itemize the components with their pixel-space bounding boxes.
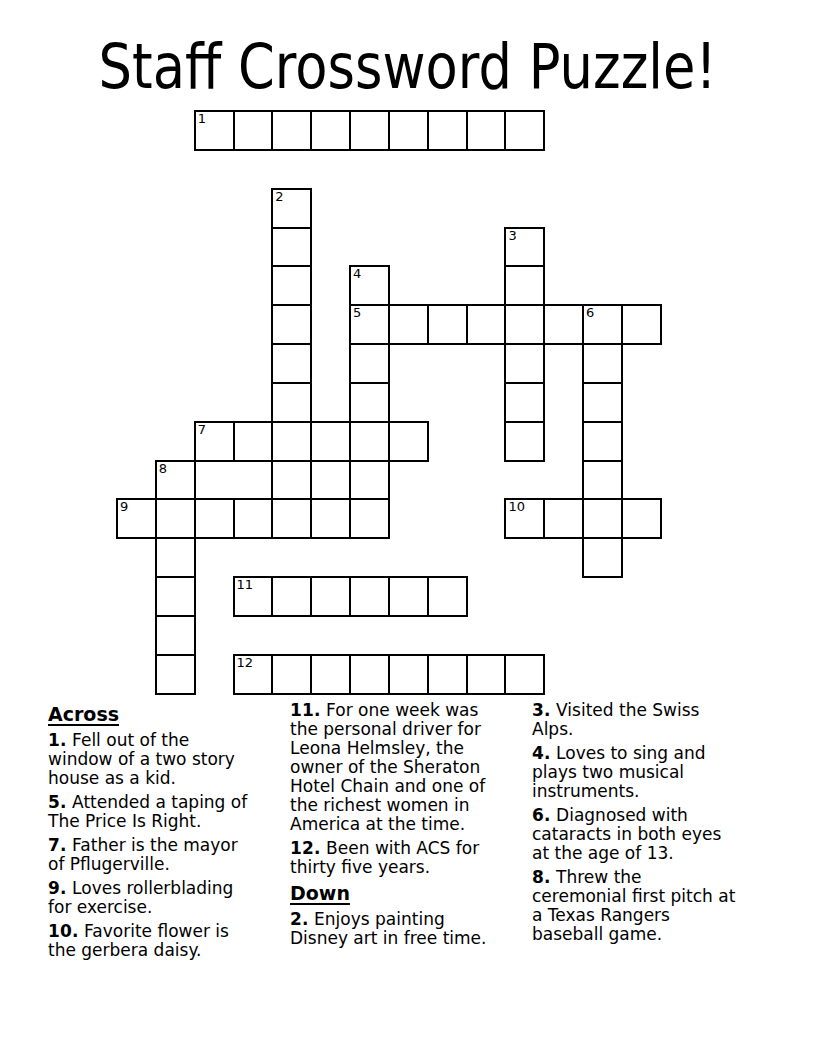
grid-cell[interactable] <box>155 615 196 656</box>
grid-cell[interactable] <box>504 654 545 695</box>
clue-number: 5 <box>353 306 361 320</box>
grid-cell[interactable] <box>349 654 390 695</box>
grid-cell[interactable] <box>271 343 312 384</box>
clue-column-2: 11. For one week was the personal driver… <box>290 701 495 953</box>
grid-cell[interactable] <box>349 421 390 462</box>
grid-cell[interactable] <box>271 421 312 462</box>
grid-cell[interactable] <box>310 110 351 151</box>
grid-cell[interactable] <box>427 110 468 151</box>
clue-number: 1 <box>198 112 206 126</box>
clue-down-8: 8. Threw the ceremonial first pitch at a… <box>532 868 737 944</box>
clue-number: 12 <box>237 656 254 670</box>
grid-cell[interactable] <box>155 576 196 617</box>
grid-cell[interactable] <box>310 421 351 462</box>
grid-cell[interactable] <box>388 304 429 345</box>
grid-cell[interactable] <box>582 537 623 578</box>
grid-cell[interactable] <box>582 343 623 384</box>
clue-across-12: 12. Been with ACS for thirty five years. <box>290 839 495 877</box>
clue-number: 6 <box>586 306 594 320</box>
grid-cell[interactable] <box>271 304 312 345</box>
grid-cell[interactable]: 5 <box>349 304 390 345</box>
grid-cell[interactable] <box>155 537 196 578</box>
grid-cell[interactable] <box>349 460 390 501</box>
grid-cell[interactable] <box>271 227 312 268</box>
clue-number-label: 1. <box>48 730 67 750</box>
grid-cell[interactable] <box>427 304 468 345</box>
puzzle-title: Staff Crossword Puzzle! <box>0 32 816 102</box>
clue-number: 3 <box>508 229 516 243</box>
grid-cell[interactable] <box>504 343 545 384</box>
grid-cell[interactable] <box>504 304 545 345</box>
clue-number-label: 6. <box>532 805 551 825</box>
grid-cell[interactable] <box>582 421 623 462</box>
grid-cell[interactable] <box>543 304 584 345</box>
clue-across-7: 7. Father is the mayor of Pflugerville. <box>48 836 253 874</box>
grid-cell[interactable] <box>233 498 274 539</box>
across-heading: Across <box>48 703 253 725</box>
grid-cell[interactable]: 4 <box>349 265 390 306</box>
grid-cell[interactable] <box>388 576 429 617</box>
clue-down-3: 3. Visited the Swiss Alps. <box>532 701 737 739</box>
clue-number: 8 <box>159 462 167 476</box>
grid-cell[interactable] <box>349 576 390 617</box>
grid-cell[interactable] <box>504 110 545 151</box>
clue-number: 7 <box>198 423 206 437</box>
clue-across-11: 11. For one week was the personal driver… <box>290 701 495 834</box>
grid-cell[interactable]: 11 <box>233 576 274 617</box>
grid-cell[interactable] <box>582 382 623 423</box>
grid-cell[interactable] <box>310 576 351 617</box>
clue-number-label: 3. <box>532 700 551 720</box>
grid-cell[interactable] <box>271 110 312 151</box>
grid-cell[interactable] <box>582 498 623 539</box>
clue-column-1: Across1. Fell out of the window of a two… <box>48 701 253 965</box>
grid-cell[interactable]: 6 <box>582 304 623 345</box>
grid-cell[interactable] <box>582 460 623 501</box>
clue-number-label: 5. <box>48 792 67 812</box>
grid-cell[interactable] <box>504 382 545 423</box>
grid-cell[interactable] <box>388 654 429 695</box>
grid-cell[interactable]: 12 <box>233 654 274 695</box>
clue-number: 9 <box>120 500 128 514</box>
grid-cell[interactable] <box>543 498 584 539</box>
grid-cell[interactable] <box>271 382 312 423</box>
grid-cell[interactable] <box>427 654 468 695</box>
clue-number-label: 8. <box>532 867 551 887</box>
clue-down-4: 4. Loves to sing and plays two musical i… <box>532 744 737 801</box>
clue-number-label: 10. <box>48 921 79 941</box>
grid-cell[interactable]: 2 <box>271 188 312 229</box>
grid-cell[interactable] <box>271 265 312 306</box>
clue-down-2: 2. Enjoys painting Disney art in free ti… <box>290 910 495 948</box>
grid-cell[interactable] <box>388 110 429 151</box>
grid-cell[interactable] <box>621 498 662 539</box>
grid-cell[interactable]: 3 <box>504 227 545 268</box>
grid-cell[interactable] <box>233 421 274 462</box>
grid-cell[interactable] <box>194 498 235 539</box>
clue-number-label: 7. <box>48 835 67 855</box>
crossword-grid: 123456789101112 <box>116 110 664 696</box>
clue-number: 11 <box>237 578 254 592</box>
grid-cell[interactable] <box>233 110 274 151</box>
clue-number: 2 <box>275 190 283 204</box>
clue-across-1: 1. Fell out of the window of a two story… <box>48 731 253 788</box>
grid-cell[interactable] <box>466 654 507 695</box>
clue-number-label: 4. <box>532 743 551 763</box>
clue-number-label: 9. <box>48 878 67 898</box>
clue-number-label: 11. <box>290 700 321 720</box>
grid-cell[interactable] <box>155 654 196 695</box>
clue-number-label: 2. <box>290 909 309 929</box>
grid-cell[interactable]: 1 <box>194 110 235 151</box>
down-heading: Down <box>290 882 495 904</box>
grid-cell[interactable]: 8 <box>155 460 196 501</box>
clue-across-5: 5. Attended a taping of The Price Is Rig… <box>48 793 253 831</box>
grid-cell[interactable]: 9 <box>116 498 157 539</box>
grid-cell[interactable] <box>504 265 545 306</box>
grid-cell[interactable] <box>349 498 390 539</box>
clue-number: 10 <box>508 500 525 514</box>
grid-cell[interactable] <box>155 498 196 539</box>
puzzle-title-text: Staff Crossword Puzzle! <box>99 32 717 102</box>
grid-cell[interactable] <box>349 382 390 423</box>
clue-across-9: 9. Loves rollerblading for exercise. <box>48 879 253 917</box>
grid-cell[interactable] <box>427 576 468 617</box>
clue-number: 4 <box>353 267 361 281</box>
clue-down-6: 6. Diagnosed with cataracts in both eyes… <box>532 806 737 863</box>
clue-across-10: 10. Favorite flower is the gerbera daisy… <box>48 922 253 960</box>
page: { "game": "crossword", "title": "Staff C… <box>0 0 816 1056</box>
grid-cell[interactable]: 7 <box>194 421 235 462</box>
grid-cell[interactable] <box>466 110 507 151</box>
grid-cell[interactable] <box>388 421 429 462</box>
grid-cell[interactable] <box>271 654 312 695</box>
grid-cell[interactable] <box>271 576 312 617</box>
clue-number-label: 12. <box>290 838 321 858</box>
grid-cell[interactable] <box>504 421 545 462</box>
grid-cell[interactable] <box>310 654 351 695</box>
grid-cell[interactable] <box>310 498 351 539</box>
grid-cell[interactable] <box>349 343 390 384</box>
grid-cell[interactable] <box>271 460 312 501</box>
grid-cell[interactable] <box>466 304 507 345</box>
clue-column-3: 3. Visited the Swiss Alps.4. Loves to si… <box>532 701 737 949</box>
grid-cell[interactable]: 10 <box>504 498 545 539</box>
grid-cell[interactable] <box>349 110 390 151</box>
grid-cell[interactable] <box>271 498 312 539</box>
grid-cell[interactable] <box>621 304 662 345</box>
